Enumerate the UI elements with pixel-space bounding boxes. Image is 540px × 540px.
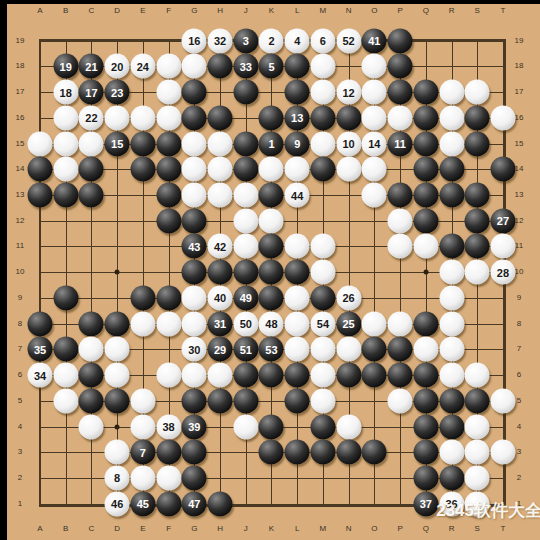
stone-R6 [439,363,464,388]
stone-D16 [105,105,130,130]
stone-Q5 [413,388,438,413]
stone-Q8 [413,311,438,336]
stone-R14 [439,157,464,182]
stone-K6 [259,363,284,388]
stone-B17-move-18: 18 [53,80,78,105]
stone-E18-move-24: 24 [130,54,155,79]
stone-D1-move-46: 46 [105,491,130,516]
stone-Q7 [413,337,438,362]
stone-S13 [465,183,490,208]
stone-G7-move-30: 30 [182,337,207,362]
stone-B7 [53,337,78,362]
coord-label-bottom-M: M [320,525,327,533]
stone-B13 [53,183,78,208]
coord-label-right-14: 14 [515,165,524,173]
stone-P11 [388,234,413,259]
stone-C8 [79,311,104,336]
stone-J9-move-49: 49 [233,285,258,310]
coord-label-bottom-G: G [191,525,197,533]
stone-M11 [310,234,335,259]
stone-F1 [156,491,181,516]
stone-L3 [285,440,310,465]
stone-H13 [208,183,233,208]
coord-label-top-Q: Q [423,7,429,15]
stone-E3-move-7: 7 [130,440,155,465]
stone-H19-move-32: 32 [208,28,233,53]
stone-N8-move-25: 25 [336,311,361,336]
coord-label-top-K: K [269,7,274,15]
stone-C6 [79,363,104,388]
coord-label-right-15: 15 [515,140,524,148]
stone-L14 [285,157,310,182]
stone-Q6 [413,363,438,388]
stone-K15-move-1: 1 [259,131,284,156]
stone-L13-move-44: 44 [285,183,310,208]
stone-O18 [362,54,387,79]
coord-label-top-H: H [217,7,223,15]
stone-M6 [310,363,335,388]
stone-J11 [233,234,258,259]
stone-Q4 [413,414,438,439]
stone-H18 [208,54,233,79]
stone-J15 [233,131,258,156]
stone-J17 [233,80,258,105]
stone-S3 [465,440,490,465]
coord-label-bottom-Q: Q [423,525,429,533]
stone-T3 [490,440,515,465]
stone-C16-move-22: 22 [79,105,104,130]
coord-label-top-T: T [501,7,506,15]
stone-R11 [439,234,464,259]
stone-O17 [362,80,387,105]
stone-L17 [285,80,310,105]
coord-label-right-18: 18 [515,62,524,70]
coord-label-right-6: 6 [517,371,521,379]
stone-G10 [182,260,207,285]
stone-C13 [79,183,104,208]
stone-P8 [388,311,413,336]
stone-D15-move-15: 15 [105,131,130,156]
stone-A8 [28,311,53,336]
coord-label-right-19: 19 [515,37,524,45]
stone-A15 [28,131,53,156]
coord-label-bottom-J: J [244,525,248,533]
stone-D17-move-23: 23 [105,80,130,105]
stone-E8 [130,311,155,336]
stone-G12 [182,208,207,233]
stone-K18-move-5: 5 [259,54,284,79]
stone-K13 [259,183,284,208]
stone-F16 [156,105,181,130]
stone-D5 [105,388,130,413]
stone-S5 [465,388,490,413]
stone-H1 [208,491,233,516]
stone-L16-move-13: 13 [285,105,310,130]
coord-label-right-8: 8 [517,320,521,328]
stone-J12 [233,208,258,233]
stone-S16 [465,105,490,130]
stone-J14 [233,157,258,182]
stone-H10 [208,260,233,285]
stone-N14 [336,157,361,182]
stone-L9 [285,285,310,310]
stone-M8-move-54: 54 [310,311,335,336]
coord-label-left-6: 6 [18,371,22,379]
stone-H16 [208,105,233,130]
coord-label-left-3: 3 [18,448,22,456]
coord-label-bottom-E: E [140,525,145,533]
coord-label-top-N: N [346,7,352,15]
stone-C14 [79,157,104,182]
stone-J5 [233,388,258,413]
stone-J13 [233,183,258,208]
star-point-D10 [115,270,120,275]
stone-R2 [439,465,464,490]
stone-M15 [310,131,335,156]
stone-S15 [465,131,490,156]
stone-E2 [130,465,155,490]
stone-G5 [182,388,207,413]
coord-label-top-C: C [89,7,95,15]
coord-label-right-17: 17 [515,88,524,96]
stone-F12 [156,208,181,233]
stone-Q16 [413,105,438,130]
stone-R3 [439,440,464,465]
stone-T14 [490,157,515,182]
coord-label-bottom-N: N [346,525,352,533]
stone-J6 [233,363,258,388]
stone-Q14 [413,157,438,182]
stone-P17 [388,80,413,105]
stone-P19 [388,28,413,53]
stone-R15 [439,131,464,156]
stone-N3 [336,440,361,465]
coord-label-right-12: 12 [515,217,524,225]
stone-C15 [79,131,104,156]
stone-L8 [285,311,310,336]
stone-G8 [182,311,207,336]
coord-label-right-4: 4 [517,423,521,431]
coord-label-top-O: O [371,7,377,15]
stone-H7-move-29: 29 [208,337,233,362]
coord-label-left-17: 17 [16,88,25,96]
site-watermark: 2345软件大全 [436,499,540,522]
stone-M5 [310,388,335,413]
coord-label-bottom-H: H [217,525,223,533]
stone-H15 [208,131,233,156]
left-edge-strip [0,0,7,540]
stone-R10 [439,260,464,285]
stone-O7 [362,337,387,362]
stone-R9 [439,285,464,310]
coord-label-left-2: 2 [18,474,22,482]
stone-R16 [439,105,464,130]
coord-label-top-A: A [37,7,42,15]
stone-G18 [182,54,207,79]
stone-N17-move-12: 12 [336,80,361,105]
stone-R5 [439,388,464,413]
coord-label-top-P: P [397,7,402,15]
stone-A14 [28,157,53,182]
coord-label-left-19: 19 [16,37,25,45]
stone-G16 [182,105,207,130]
stone-C7 [79,337,104,362]
stone-R7 [439,337,464,362]
coord-label-left-16: 16 [16,114,25,122]
coord-label-bottom-F: F [166,525,171,533]
stone-T11 [490,234,515,259]
stone-M9 [310,285,335,310]
stone-K19-move-2: 2 [259,28,284,53]
coord-label-bottom-L: L [295,525,299,533]
stone-F13 [156,183,181,208]
stone-L18 [285,54,310,79]
stone-F14 [156,157,181,182]
stone-K11 [259,234,284,259]
stone-G11-move-43: 43 [182,234,207,259]
stone-E9 [130,285,155,310]
stone-L7 [285,337,310,362]
stone-N7 [336,337,361,362]
stone-Q2 [413,465,438,490]
stone-N4 [336,414,361,439]
stone-E15 [130,131,155,156]
stone-J10 [233,260,258,285]
stone-L5 [285,388,310,413]
stone-E1-move-45: 45 [130,491,155,516]
coord-label-top-S: S [475,7,480,15]
coord-label-left-8: 8 [18,320,22,328]
stone-M18 [310,54,335,79]
stone-H11-move-42: 42 [208,234,233,259]
stone-G15 [182,131,207,156]
stone-K3 [259,440,284,465]
stone-M7 [310,337,335,362]
stone-S10 [465,260,490,285]
go-diagram-screenshot: AABBCCDDEEFFGGHHJJKKLLMMNNOOPPQQRRSSTT19… [0,0,540,540]
stone-O3 [362,440,387,465]
stone-L10 [285,260,310,285]
stone-K14 [259,157,284,182]
stone-F15 [156,131,181,156]
stone-P6 [388,363,413,388]
stone-B18-move-19: 19 [53,54,78,79]
coord-label-bottom-D: D [114,525,120,533]
coord-label-left-5: 5 [18,397,22,405]
stone-K7-move-53: 53 [259,337,284,362]
coord-label-top-F: F [166,7,171,15]
stone-S17 [465,80,490,105]
coord-label-top-G: G [191,7,197,15]
stone-K8-move-48: 48 [259,311,284,336]
stone-L15-move-9: 9 [285,131,310,156]
stone-H9-move-40: 40 [208,285,233,310]
stone-J19-move-3: 3 [233,28,258,53]
stone-Q13 [413,183,438,208]
coord-label-left-11: 11 [16,242,24,250]
stone-R17 [439,80,464,105]
stone-A6-move-34: 34 [28,363,53,388]
stone-C18-move-21: 21 [79,54,104,79]
coord-label-left-9: 9 [18,294,22,302]
stone-T12-move-27: 27 [490,208,515,233]
stone-M16 [310,105,335,130]
stone-A13 [28,183,53,208]
stone-J8-move-50: 50 [233,311,258,336]
stone-G4-move-39: 39 [182,414,207,439]
stone-J4 [233,414,258,439]
coord-label-left-14: 14 [16,165,25,173]
stone-D18-move-20: 20 [105,54,130,79]
stone-B16 [53,105,78,130]
stone-O15-move-14: 14 [362,131,387,156]
coord-label-left-18: 18 [16,62,25,70]
stone-O13 [362,183,387,208]
stone-B14 [53,157,78,182]
coord-label-right-16: 16 [515,114,524,122]
stone-O16 [362,105,387,130]
stone-G9 [182,285,207,310]
coord-label-top-J: J [244,7,248,15]
coord-label-bottom-O: O [371,525,377,533]
stone-M17 [310,80,335,105]
coord-label-top-D: D [114,7,120,15]
stone-S11 [465,234,490,259]
coord-label-left-13: 13 [16,191,25,199]
stone-H8-move-31: 31 [208,311,233,336]
stone-S4 [465,414,490,439]
stone-B5 [53,388,78,413]
top-edge-strip [0,0,540,4]
stone-J7-move-51: 51 [233,337,258,362]
stone-O14 [362,157,387,182]
stone-M10 [310,260,335,285]
stone-D3 [105,440,130,465]
stone-F17 [156,80,181,105]
stone-S12 [465,208,490,233]
stone-P18 [388,54,413,79]
coord-label-left-12: 12 [16,217,25,225]
stone-F2 [156,465,181,490]
stone-E4 [130,414,155,439]
stone-M4 [310,414,335,439]
stone-G6 [182,363,207,388]
coord-label-left-10: 10 [16,268,25,276]
stone-Q11 [413,234,438,259]
stone-P13 [388,183,413,208]
coord-label-bottom-P: P [397,525,402,533]
stone-E16 [130,105,155,130]
stone-K9 [259,285,284,310]
stone-G19-move-16: 16 [182,28,207,53]
stone-G14 [182,157,207,182]
stone-K16 [259,105,284,130]
stone-B6 [53,363,78,388]
stone-R13 [439,183,464,208]
stone-T16 [490,105,515,130]
stone-G2 [182,465,207,490]
stone-H14 [208,157,233,182]
stone-N15-move-10: 10 [336,131,361,156]
stone-L6 [285,363,310,388]
stone-E5 [130,388,155,413]
stone-C5 [79,388,104,413]
stone-N6 [336,363,361,388]
stone-F4-move-38: 38 [156,414,181,439]
coord-label-top-M: M [320,7,327,15]
coord-label-right-11: 11 [515,242,523,250]
star-point-Q10 [423,270,428,275]
stone-D8 [105,311,130,336]
stone-L19-move-4: 4 [285,28,310,53]
stone-G1-move-47: 47 [182,491,207,516]
coord-label-bottom-B: B [63,525,68,533]
stone-O8 [362,311,387,336]
stone-O19-move-41: 41 [362,28,387,53]
coord-label-left-7: 7 [18,345,22,353]
stone-Q15 [413,131,438,156]
coord-label-right-10: 10 [515,268,524,276]
coord-label-right-9: 9 [517,294,521,302]
stone-M3 [310,440,335,465]
coord-label-left-1: 1 [18,500,22,508]
coord-label-top-E: E [140,7,145,15]
stone-P7 [388,337,413,362]
stone-Q1-move-37: 37 [413,491,438,516]
stone-C4 [79,414,104,439]
stone-F8 [156,311,181,336]
coord-label-left-4: 4 [18,423,22,431]
stone-D2-move-8: 8 [105,465,130,490]
stone-K10 [259,260,284,285]
stone-A7-move-35: 35 [28,337,53,362]
star-point-D4 [115,424,120,429]
stone-P15-move-11: 11 [388,131,413,156]
stone-Q3 [413,440,438,465]
stone-R4 [439,414,464,439]
stone-T5 [490,388,515,413]
stone-H5 [208,388,233,413]
coord-label-bottom-T: T [501,525,506,533]
coord-label-right-2: 2 [517,474,521,482]
stone-B9 [53,285,78,310]
stone-S6 [465,363,490,388]
stone-K12 [259,208,284,233]
stone-G3 [182,440,207,465]
stone-F6 [156,363,181,388]
stone-T10-move-28: 28 [490,260,515,285]
coord-label-bottom-S: S [475,525,480,533]
stone-J18-move-33: 33 [233,54,258,79]
stone-E14 [130,157,155,182]
stone-P12 [388,208,413,233]
coord-label-right-7: 7 [517,345,521,353]
coord-label-top-L: L [295,7,299,15]
stone-F3 [156,440,181,465]
stone-P16 [388,105,413,130]
stone-L11 [285,234,310,259]
stone-N16 [336,105,361,130]
stone-D7 [105,337,130,362]
coord-label-bottom-C: C [89,525,95,533]
stone-O6 [362,363,387,388]
stone-D6 [105,363,130,388]
stone-B15 [53,131,78,156]
stone-G17 [182,80,207,105]
stone-K4 [259,414,284,439]
stone-M19-move-6: 6 [310,28,335,53]
coord-label-bottom-R: R [449,525,455,533]
